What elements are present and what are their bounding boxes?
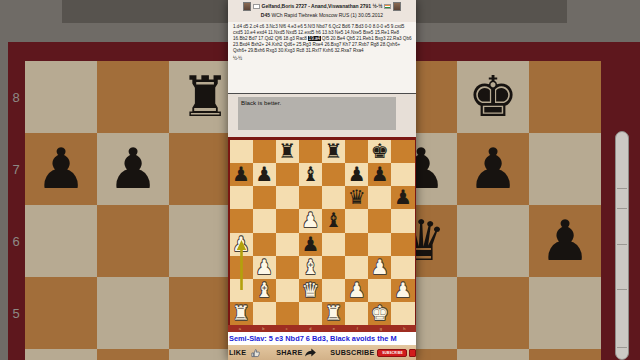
black-player-photo <box>393 2 401 11</box>
file-label-g: g <box>369 325 393 332</box>
bg-rank-label-7: 7 <box>10 162 22 177</box>
file-label-b: b <box>252 325 276 332</box>
footer-bar: LIKE SHARE SUBSCRIBE SUBSCRIBE <box>228 345 416 360</box>
share-arrow-icon[interactable] <box>305 348 316 357</box>
square-b2[interactable]: ♝ <box>253 279 276 302</box>
white-king: ♚ <box>368 302 391 325</box>
white-pawn: ♟ <box>253 256 276 279</box>
black-pawn: ♟ <box>529 205 601 277</box>
file-labels: abcdefgh <box>228 325 416 332</box>
square-g4[interactable] <box>457 349 529 360</box>
square-c2[interactable] <box>276 279 299 302</box>
square-f2[interactable]: ♟ <box>345 279 368 302</box>
square-h7[interactable] <box>529 133 601 205</box>
square-f6[interactable]: ♛ <box>345 186 368 209</box>
square-g5[interactable] <box>368 209 391 232</box>
black-pawn: ♟ <box>368 163 391 186</box>
video-caption: Semi-Slav: 5 e3 Nbd7 6 Bd3, Black avoids… <box>228 332 416 345</box>
square-h1[interactable] <box>391 302 414 325</box>
square-g5[interactable] <box>457 277 529 349</box>
square-g7[interactable]: ♟ <box>457 133 529 205</box>
black-pawn: ♟ <box>230 163 253 186</box>
square-a8[interactable] <box>230 140 253 163</box>
white-rook: ♜ <box>322 302 345 325</box>
square-a4[interactable]: ♟ <box>25 349 97 360</box>
square-a1[interactable]: ♜ <box>230 302 253 325</box>
square-c8[interactable]: ♜ <box>276 140 299 163</box>
bg-rank-label-5: 5 <box>10 306 22 321</box>
square-e1[interactable]: ♜ <box>322 302 345 325</box>
black-bishop: ♝ <box>322 209 345 232</box>
evaluation-comment: Black is better. <box>238 97 396 130</box>
subscribe-label[interactable]: SUBSCRIBE <box>330 348 374 357</box>
square-h3[interactable] <box>391 256 414 279</box>
square-e6[interactable] <box>322 186 345 209</box>
file-label-c: c <box>275 325 299 332</box>
square-g8[interactable]: ♚ <box>457 61 529 133</box>
chess-board[interactable]: ♜♜♚♟♟♝♟♟♛♟♟♝♟♟♟♝♟♝♛♟♟♜♜♚ <box>230 140 415 325</box>
square-b8[interactable] <box>97 61 169 133</box>
square-e3[interactable] <box>322 256 345 279</box>
square-f7[interactable]: ♟ <box>345 163 368 186</box>
square-h8[interactable] <box>529 61 601 133</box>
square-a4[interactable]: ♟ <box>230 233 253 256</box>
israel-flag-icon <box>253 4 260 9</box>
black-pawn: ♟ <box>253 163 276 186</box>
scrollbar[interactable] <box>615 131 629 360</box>
black-king: ♚ <box>368 140 391 163</box>
square-h6[interactable]: ♟ <box>529 205 601 277</box>
square-b3[interactable]: ♟ <box>253 256 276 279</box>
event-line: D45 WCh Rapid Tiebreak Moscow RUS (1) 30… <box>228 12 416 18</box>
file-label-d: d <box>299 325 323 332</box>
square-b4[interactable] <box>97 349 169 360</box>
bg-rank-label-8: 8 <box>10 90 22 105</box>
square-d5[interactable]: ♟ <box>299 209 322 232</box>
white-queen: ♛ <box>299 279 322 302</box>
game-result: ½-½ <box>233 56 412 62</box>
square-b8[interactable] <box>253 140 276 163</box>
square-g2[interactable] <box>368 279 391 302</box>
square-e8[interactable]: ♜ <box>322 140 345 163</box>
subscribe-button-edge[interactable] <box>409 349 416 357</box>
black-queen: ♛ <box>345 186 368 209</box>
move-list[interactable]: 1.d4 d5 2.c4 c6 3.Nc3 Nf6 4.e3 e6 5.Nf3 … <box>228 22 416 93</box>
square-b4[interactable] <box>253 233 276 256</box>
square-e5[interactable]: ♝ <box>322 209 345 232</box>
square-f3[interactable] <box>345 256 368 279</box>
share-label[interactable]: SHARE <box>276 348 302 357</box>
square-d2[interactable]: ♛ <box>299 279 322 302</box>
board-frame: ♜♜♚♟♟♝♟♟♛♟♟♝♟♟♟♝♟♝♛♟♟♜♜♚ <box>228 140 416 325</box>
black-pawn: ♟ <box>97 133 169 205</box>
square-f1[interactable] <box>345 302 368 325</box>
white-rook: ♜ <box>230 302 253 325</box>
white-bishop: ♝ <box>253 279 276 302</box>
square-c1[interactable] <box>276 302 299 325</box>
white-pawn: ♟ <box>345 279 368 302</box>
square-a2[interactable] <box>230 279 253 302</box>
square-g6[interactable] <box>457 205 529 277</box>
square-b5[interactable] <box>253 209 276 232</box>
square-g1[interactable]: ♚ <box>368 302 391 325</box>
square-g7[interactable]: ♟ <box>368 163 391 186</box>
square-d8[interactable] <box>299 140 322 163</box>
square-h2[interactable]: ♟ <box>391 279 414 302</box>
square-g3[interactable]: ♟ <box>368 256 391 279</box>
black-rook: ♜ <box>276 140 299 163</box>
square-f8[interactable] <box>345 140 368 163</box>
square-b6[interactable] <box>97 205 169 277</box>
square-a6[interactable] <box>25 205 97 277</box>
square-a7[interactable]: ♟ <box>230 163 253 186</box>
square-d1[interactable] <box>299 302 322 325</box>
black-king: ♚ <box>457 61 529 133</box>
white-bishop: ♝ <box>299 256 322 279</box>
square-a6[interactable] <box>230 186 253 209</box>
eco-code: D45 <box>261 12 270 18</box>
black-rook: ♜ <box>322 140 345 163</box>
square-h4[interactable] <box>529 349 601 360</box>
square-b7[interactable]: ♟ <box>253 163 276 186</box>
square-h5[interactable] <box>391 209 414 232</box>
square-e7[interactable] <box>322 163 345 186</box>
square-h6[interactable]: ♟ <box>391 186 414 209</box>
white-pawn: ♟ <box>230 233 253 256</box>
square-g4[interactable] <box>368 233 391 256</box>
square-a7[interactable]: ♟ <box>25 133 97 205</box>
square-a5[interactable] <box>25 277 97 349</box>
india-flag-icon <box>384 4 391 9</box>
players-line: Gelfand,Boris 2727 - Anand,Viswanathan 2… <box>262 3 383 9</box>
white-pawn: ♟ <box>299 209 322 232</box>
video-panel: Gelfand,Boris 2727 - Anand,Viswanathan 2… <box>228 0 416 360</box>
square-b1[interactable] <box>253 302 276 325</box>
black-pawn: ♟ <box>457 133 529 205</box>
white-pawn: ♟ <box>391 279 414 302</box>
square-a5[interactable] <box>230 209 253 232</box>
like-label[interactable]: LIKE <box>229 348 246 357</box>
subscribe-button[interactable]: SUBSCRIBE <box>377 349 407 357</box>
comment-zone: Black is better. <box>228 94 416 137</box>
white-player-photo <box>243 2 251 11</box>
square-b5[interactable] <box>97 277 169 349</box>
square-a3[interactable] <box>230 256 253 279</box>
game-header: Gelfand,Boris 2727 - Anand,Viswanathan 2… <box>228 0 416 22</box>
black-pawn: ♟ <box>299 233 322 256</box>
square-d4[interactable]: ♟ <box>299 233 322 256</box>
square-d3[interactable]: ♝ <box>299 256 322 279</box>
screenshot-stage: ♜♜♚♟♟♝♟♟♛♟♟♝♟♟♟♝♟♝♛♟♟♜♜♚ 8 7 6 5 Gelfand… <box>0 0 640 360</box>
square-c6[interactable] <box>276 186 299 209</box>
square-g6[interactable] <box>368 186 391 209</box>
square-c4[interactable] <box>276 233 299 256</box>
square-c7[interactable] <box>276 163 299 186</box>
bg-rank-label-6: 6 <box>10 234 22 249</box>
square-c3[interactable] <box>276 256 299 279</box>
square-f5[interactable] <box>345 209 368 232</box>
file-label-f: f <box>346 325 370 332</box>
thumbs-up-icon[interactable] <box>251 348 260 358</box>
white-pawn: ♟ <box>25 349 97 360</box>
square-b7[interactable]: ♟ <box>97 133 169 205</box>
black-pawn: ♟ <box>25 133 97 205</box>
black-pawn: ♟ <box>345 163 368 186</box>
highlighted-move[interactable]: 19.a4 <box>308 36 321 41</box>
square-h5[interactable] <box>529 277 601 349</box>
square-g8[interactable]: ♚ <box>368 140 391 163</box>
square-a8[interactable] <box>25 61 97 133</box>
square-b6[interactable] <box>253 186 276 209</box>
square-d6[interactable] <box>299 186 322 209</box>
square-h4[interactable] <box>391 233 414 256</box>
black-bishop: ♝ <box>299 163 322 186</box>
square-c5[interactable] <box>276 209 299 232</box>
file-label-e: e <box>322 325 346 332</box>
white-pawn: ♟ <box>368 256 391 279</box>
file-label-h: h <box>393 325 417 332</box>
square-e4[interactable] <box>322 233 345 256</box>
square-f4[interactable] <box>345 233 368 256</box>
square-e2[interactable] <box>322 279 345 302</box>
black-pawn: ♟ <box>391 186 414 209</box>
file-label-a: a <box>228 325 252 332</box>
square-h8[interactable] <box>391 140 414 163</box>
square-d7[interactable]: ♝ <box>299 163 322 186</box>
square-h7[interactable] <box>391 163 414 186</box>
